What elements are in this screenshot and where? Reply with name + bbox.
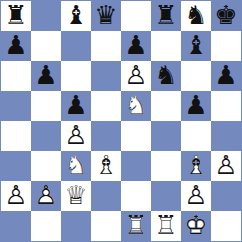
square-h5[interactable] <box>211 91 241 121</box>
square-d1[interactable] <box>91 211 121 241</box>
square-e5[interactable]: ♞♘ <box>121 91 151 121</box>
white-pawn-outline-glyph: ♙ <box>214 152 237 178</box>
square-b6[interactable]: ♟ <box>31 61 61 91</box>
piece-black-pawn[interactable]: ♟ <box>1 31 31 61</box>
square-c7[interactable] <box>61 31 91 61</box>
white-rook-outline-glyph: ♖ <box>124 212 147 238</box>
square-g6[interactable] <box>181 61 211 91</box>
square-e7[interactable]: ♟ <box>121 31 151 61</box>
chess-board: ♜♝♛♜♞♚♟♟♝♟♟♙♞♟♟♞♘♟♟♙♞♘♝♗♝♗♟♙♟♙♟♙♛♕♟♙♜♖♜♖… <box>0 0 242 242</box>
black-pawn-glyph: ♟ <box>34 62 57 88</box>
piece-white-bishop[interactable]: ♝♗ <box>91 151 121 181</box>
piece-white-pawn[interactable]: ♟♙ <box>31 181 61 211</box>
square-c4[interactable]: ♟♙ <box>61 121 91 151</box>
white-pawn-outline-glyph: ♙ <box>34 182 57 208</box>
piece-black-pawn[interactable]: ♟ <box>181 91 211 121</box>
black-pawn-glyph: ♟ <box>184 92 207 118</box>
square-b5[interactable] <box>31 91 61 121</box>
piece-black-queen[interactable]: ♛ <box>91 1 121 31</box>
square-f8[interactable]: ♜ <box>151 1 181 31</box>
white-rook-outline-glyph: ♖ <box>154 212 177 238</box>
square-h1[interactable] <box>211 211 241 241</box>
square-h3[interactable]: ♟♙ <box>211 151 241 181</box>
piece-white-pawn[interactable]: ♟♙ <box>121 61 151 91</box>
square-c8[interactable]: ♝ <box>61 1 91 31</box>
piece-black-pawn[interactable]: ♟ <box>31 61 61 91</box>
square-a3[interactable] <box>1 151 31 181</box>
square-d7[interactable] <box>91 31 121 61</box>
white-pawn-outline-glyph: ♙ <box>64 122 87 148</box>
square-b3[interactable] <box>31 151 61 181</box>
white-pawn-outline-glyph: ♙ <box>4 182 27 208</box>
square-d4[interactable] <box>91 121 121 151</box>
black-queen-glyph: ♛ <box>94 2 117 28</box>
white-bishop-outline-glyph: ♗ <box>184 152 207 178</box>
square-a4[interactable] <box>1 121 31 151</box>
white-queen-outline-glyph: ♕ <box>64 182 87 208</box>
piece-black-pawn[interactable]: ♟ <box>121 31 151 61</box>
white-knight-outline-glyph: ♘ <box>124 92 147 118</box>
square-d8[interactable]: ♛ <box>91 1 121 31</box>
square-c3[interactable]: ♞♘ <box>61 151 91 181</box>
piece-white-queen[interactable]: ♛♕ <box>61 181 91 211</box>
black-knight-glyph: ♞ <box>184 2 207 28</box>
black-pawn-glyph: ♟ <box>214 62 237 88</box>
piece-white-rook[interactable]: ♜♖ <box>121 211 151 241</box>
square-e4[interactable] <box>121 121 151 151</box>
white-pawn-outline-glyph: ♙ <box>184 182 207 208</box>
square-b1[interactable] <box>31 211 61 241</box>
square-d3[interactable]: ♝♗ <box>91 151 121 181</box>
square-a2[interactable]: ♟♙ <box>1 181 31 211</box>
black-knight-glyph: ♞ <box>154 62 177 88</box>
black-pawn-glyph: ♟ <box>124 32 147 58</box>
square-c1[interactable] <box>61 211 91 241</box>
black-rook-glyph: ♜ <box>154 2 177 28</box>
piece-white-knight[interactable]: ♞♘ <box>121 91 151 121</box>
square-f7[interactable] <box>151 31 181 61</box>
piece-white-king[interactable]: ♚♔ <box>181 211 211 241</box>
square-f3[interactable] <box>151 151 181 181</box>
square-a8[interactable]: ♜ <box>1 1 31 31</box>
piece-white-pawn[interactable]: ♟♙ <box>61 121 91 151</box>
square-g4[interactable] <box>181 121 211 151</box>
square-e6[interactable]: ♟♙ <box>121 61 151 91</box>
square-d2[interactable] <box>91 181 121 211</box>
square-h4[interactable] <box>211 121 241 151</box>
piece-black-knight[interactable]: ♞ <box>181 1 211 31</box>
square-d5[interactable] <box>91 91 121 121</box>
piece-white-bishop[interactable]: ♝♗ <box>181 151 211 181</box>
square-a7[interactable]: ♟ <box>1 31 31 61</box>
square-g8[interactable]: ♞ <box>181 1 211 31</box>
square-h2[interactable] <box>211 181 241 211</box>
square-b4[interactable] <box>31 121 61 151</box>
square-a5[interactable] <box>1 91 31 121</box>
white-king-outline-glyph: ♔ <box>184 212 207 238</box>
square-c2[interactable]: ♛♕ <box>61 181 91 211</box>
black-pawn-glyph: ♟ <box>4 32 27 58</box>
square-g3[interactable]: ♝♗ <box>181 151 211 181</box>
piece-white-rook[interactable]: ♜♖ <box>151 211 181 241</box>
piece-white-pawn[interactable]: ♟♙ <box>1 181 31 211</box>
square-b7[interactable] <box>31 31 61 61</box>
square-b8[interactable] <box>31 1 61 31</box>
piece-black-pawn[interactable]: ♟ <box>211 61 241 91</box>
piece-white-pawn[interactable]: ♟♙ <box>181 181 211 211</box>
square-h6[interactable]: ♟ <box>211 61 241 91</box>
square-b2[interactable]: ♟♙ <box>31 181 61 211</box>
piece-black-knight[interactable]: ♞ <box>151 61 181 91</box>
piece-white-pawn[interactable]: ♟♙ <box>211 151 241 181</box>
piece-black-bishop[interactable]: ♝ <box>61 1 91 31</box>
square-g2[interactable]: ♟♙ <box>181 181 211 211</box>
square-f6[interactable]: ♞ <box>151 61 181 91</box>
square-e8[interactable] <box>121 1 151 31</box>
piece-black-bishop[interactable]: ♝ <box>181 31 211 61</box>
white-bishop-outline-glyph: ♗ <box>94 152 117 178</box>
square-f1[interactable]: ♜♖ <box>151 211 181 241</box>
square-f2[interactable] <box>151 181 181 211</box>
white-knight-outline-glyph: ♘ <box>64 152 87 178</box>
black-king-glyph: ♚ <box>214 2 237 28</box>
square-g5[interactable]: ♟ <box>181 91 211 121</box>
square-f5[interactable] <box>151 91 181 121</box>
white-pawn-outline-glyph: ♙ <box>124 62 147 88</box>
black-rook-glyph: ♜ <box>4 2 27 28</box>
square-d6[interactable] <box>91 61 121 91</box>
piece-black-rook[interactable]: ♜ <box>151 1 181 31</box>
square-e1[interactable]: ♜♖ <box>121 211 151 241</box>
square-h7[interactable] <box>211 31 241 61</box>
black-pawn-glyph: ♟ <box>64 92 87 118</box>
square-h8[interactable]: ♚ <box>211 1 241 31</box>
piece-black-rook[interactable]: ♜ <box>1 1 31 31</box>
square-g7[interactable]: ♝ <box>181 31 211 61</box>
square-g1[interactable]: ♚♔ <box>181 211 211 241</box>
square-e2[interactable] <box>121 181 151 211</box>
black-bishop-glyph: ♝ <box>64 2 87 28</box>
black-bishop-glyph: ♝ <box>184 32 207 58</box>
square-c5[interactable]: ♟ <box>61 91 91 121</box>
piece-black-pawn[interactable]: ♟ <box>61 91 91 121</box>
piece-white-knight[interactable]: ♞♘ <box>61 151 91 181</box>
piece-black-king[interactable]: ♚ <box>211 1 241 31</box>
square-f4[interactable] <box>151 121 181 151</box>
square-a1[interactable] <box>1 211 31 241</box>
square-c6[interactable] <box>61 61 91 91</box>
square-e3[interactable] <box>121 151 151 181</box>
square-a6[interactable] <box>1 61 31 91</box>
